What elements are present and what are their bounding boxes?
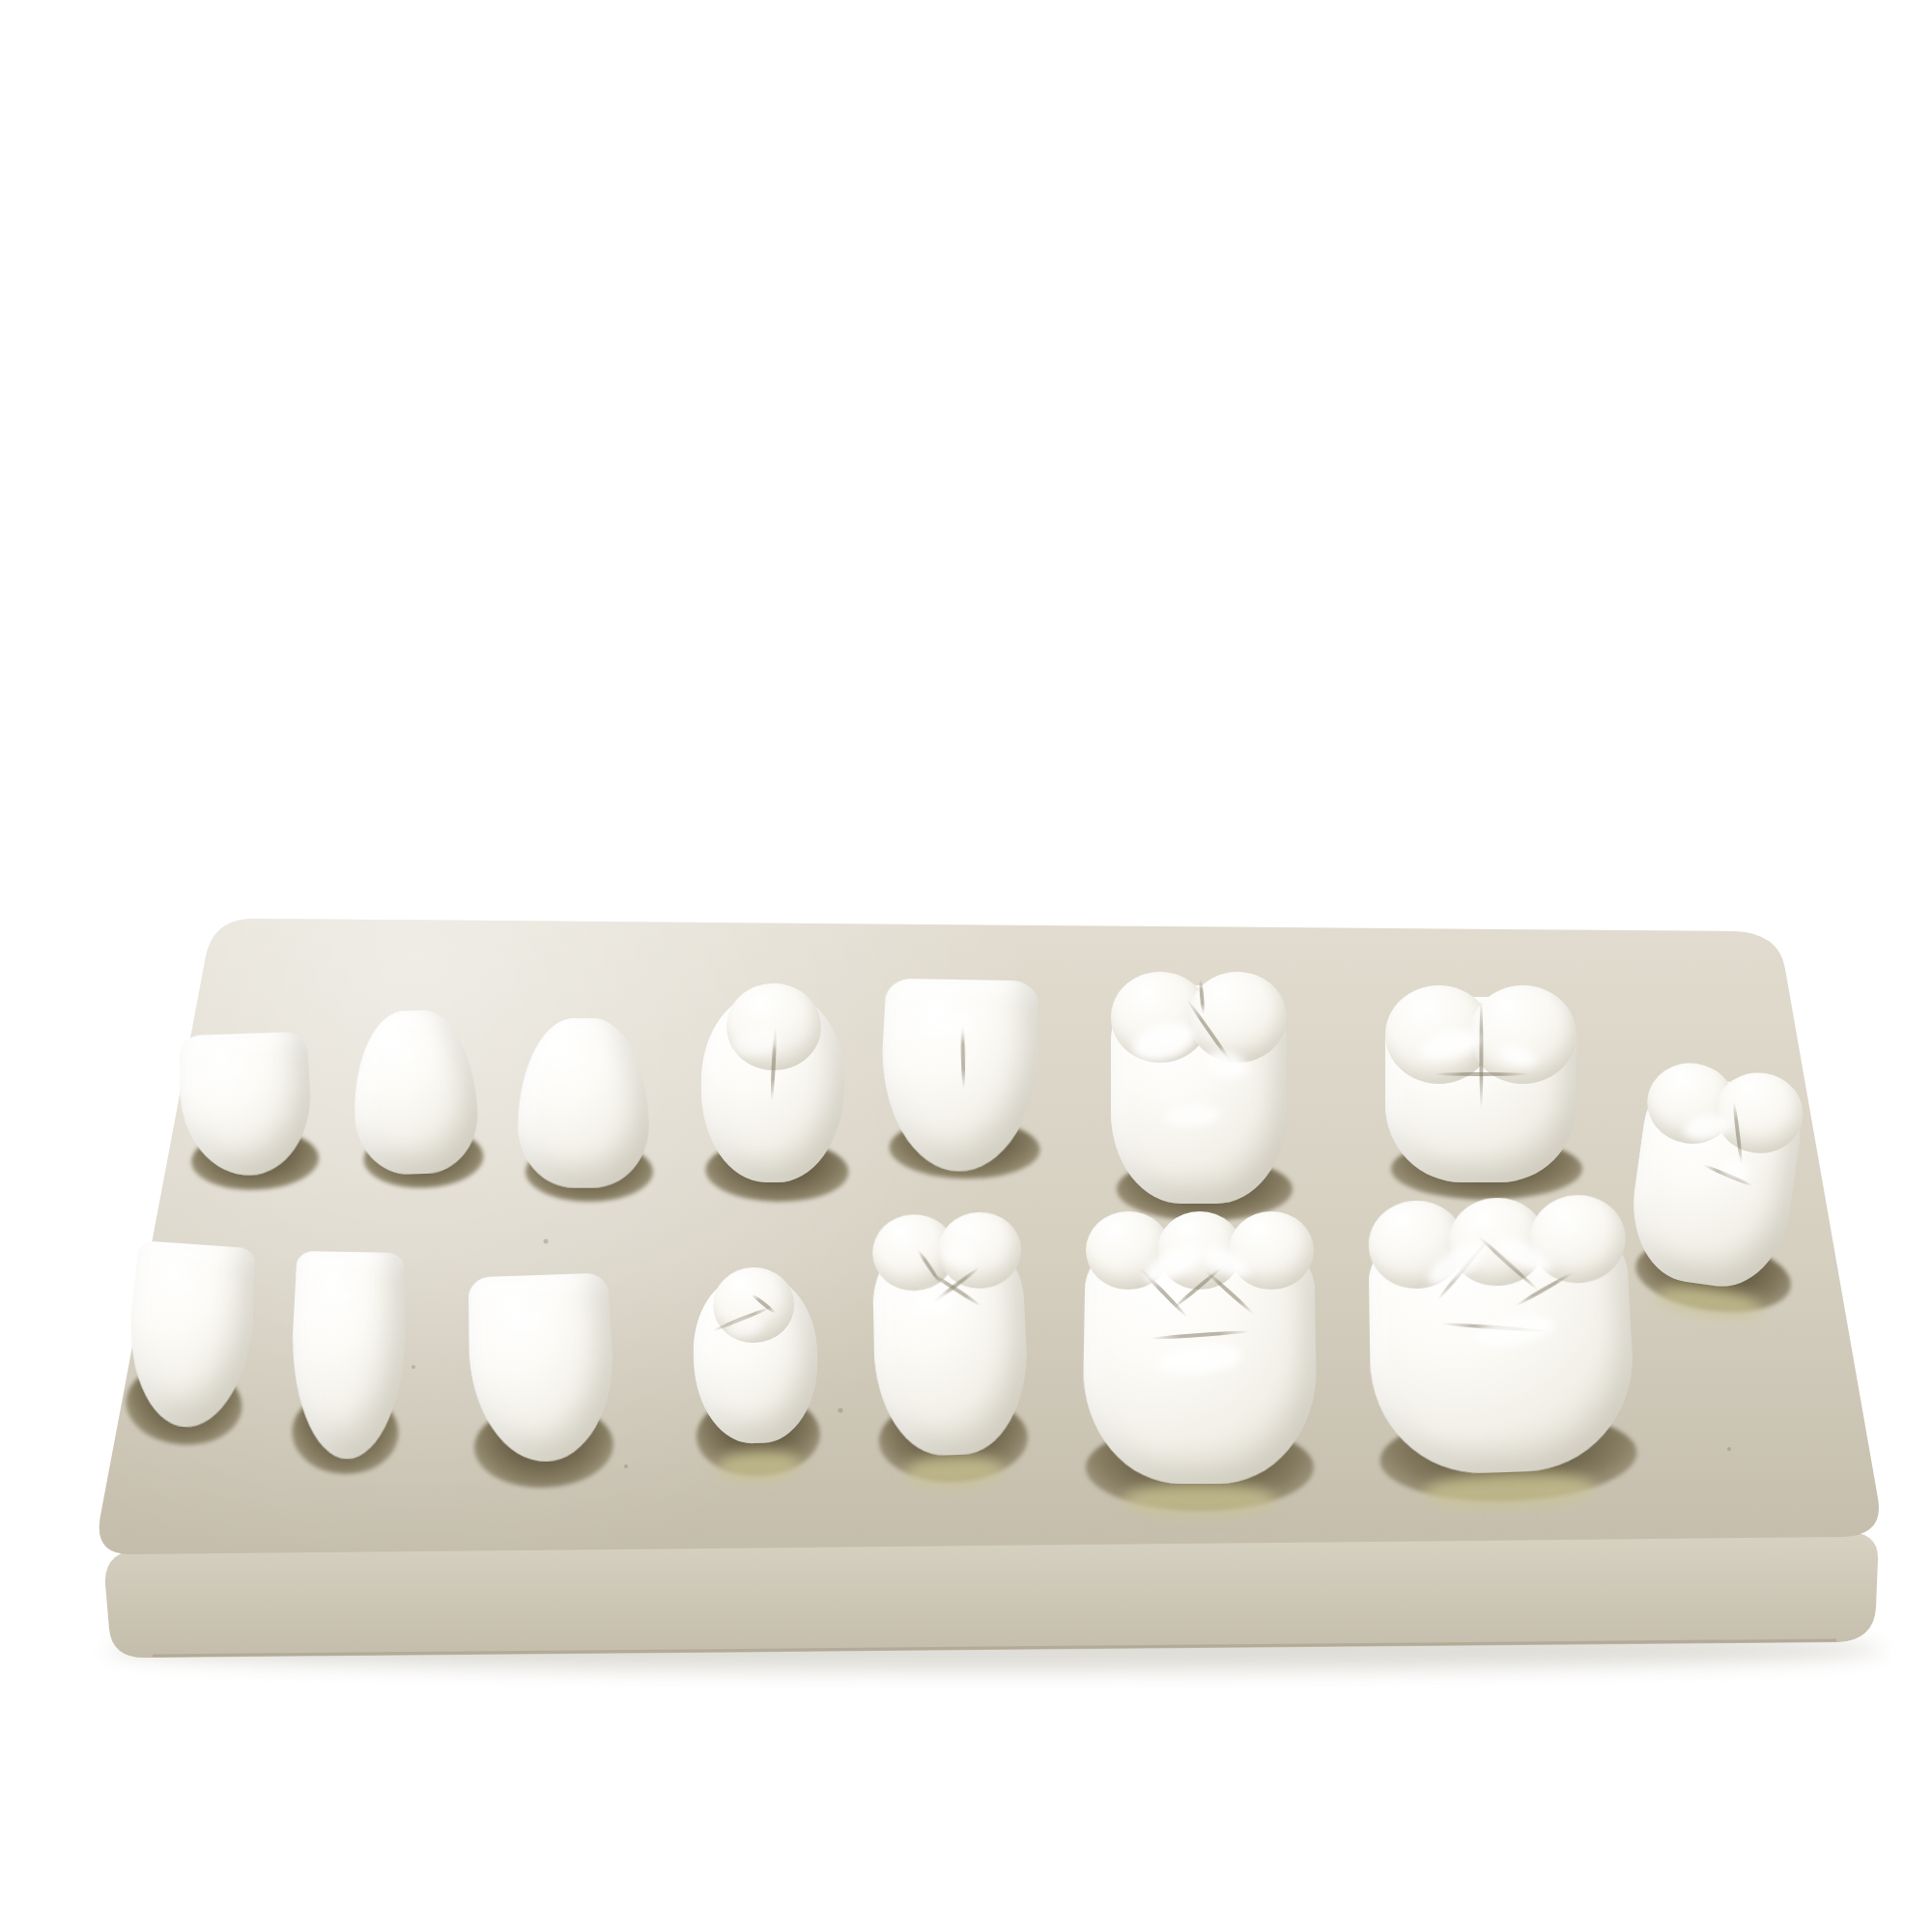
tooth-crown (517, 1018, 649, 1188)
top-tooth-8-molar (1623, 1058, 1808, 1294)
cusp-bump (1229, 1211, 1314, 1290)
top-tooth-3-canine (520, 1018, 647, 1182)
tooth-crown (353, 1009, 480, 1177)
top-tooth-6-molar (1111, 972, 1287, 1204)
cusp-bump (1188, 972, 1287, 1063)
fissure-groove (1479, 999, 1483, 1110)
bottom-tooth-2-incisor (294, 1251, 403, 1440)
teeth-layer (0, 0, 1932, 1932)
top-tooth-2-canine (353, 1009, 478, 1171)
bottom-tooth-6-molar (1086, 1211, 1314, 1476)
cusp-bump (1469, 985, 1577, 1084)
bottom-tooth-4-premolar (691, 1265, 820, 1445)
bottom-tooth-7-molar (1367, 1193, 1633, 1468)
bottom-tooth-5-premolar (871, 1210, 1028, 1449)
top-tooth-5-incisor (883, 979, 1037, 1161)
fissure-groove (1434, 1072, 1529, 1076)
top-tooth-7-molar (1385, 985, 1577, 1182)
bottom-tooth-1-incisor (128, 1240, 255, 1416)
top-tooth-1-incisor (180, 1032, 312, 1174)
photo-background (0, 0, 1932, 1932)
bottom-tooth-3-incisor (469, 1273, 613, 1456)
top-tooth-4-premolar (699, 982, 846, 1184)
